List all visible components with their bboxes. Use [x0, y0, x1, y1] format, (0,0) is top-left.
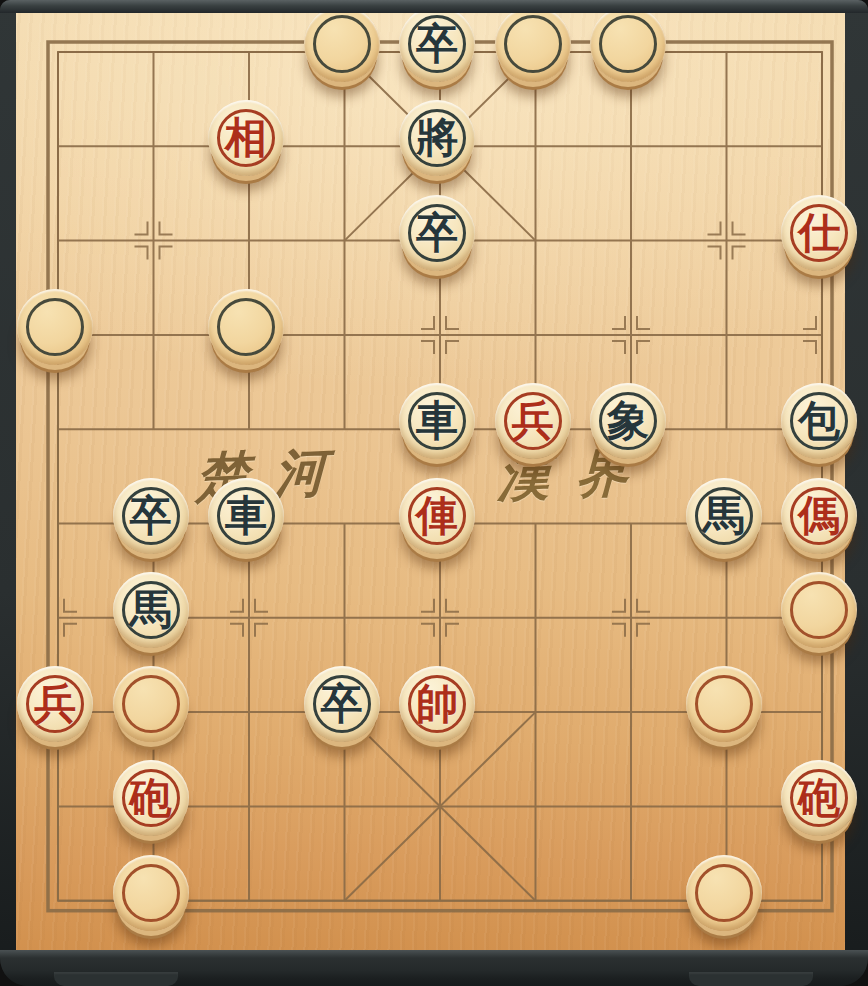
piece-ring: 象 [599, 392, 657, 450]
piece-character: 卒 [130, 495, 172, 537]
piece-black-chariot[interactable]: 車 [208, 478, 284, 554]
piece-ring: 卒 [122, 487, 180, 545]
piece-red-horse[interactable]: 傌 [781, 478, 857, 554]
piece-ring: 卒 [408, 204, 466, 262]
piece-character: 象 [607, 400, 649, 442]
piece-character: 車 [416, 400, 458, 442]
piece-ring: 馬 [122, 581, 180, 639]
piece-red-hidden[interactable] [113, 666, 189, 742]
piece-red-general[interactable]: 帥 [399, 666, 475, 742]
piece-character: 馬 [703, 495, 745, 537]
piece-character: 卒 [321, 683, 363, 725]
piece-black-soldier[interactable]: 卒 [399, 195, 475, 271]
xiangqi-board-window: 楚河 漢界 卒相將卒仕車兵象包卒車俥馬傌馬兵卒帥砲砲 [0, 0, 868, 986]
piece-black-hidden[interactable] [590, 6, 666, 82]
piece-black-horse[interactable]: 馬 [113, 572, 189, 648]
piece-black-elephant[interactable]: 象 [590, 383, 666, 459]
piece-character: 砲 [798, 777, 840, 819]
piece-ring: 兵 [504, 392, 562, 450]
piece-ring [26, 298, 84, 356]
stand-foot-right [689, 972, 813, 986]
piece-ring: 砲 [122, 769, 180, 827]
piece-character: 卒 [416, 23, 458, 65]
piece-black-soldier[interactable]: 卒 [113, 478, 189, 554]
piece-black-cannon[interactable]: 包 [781, 383, 857, 459]
piece-ring [122, 675, 180, 733]
piece-red-soldier[interactable]: 兵 [17, 666, 93, 742]
piece-black-soldier[interactable]: 卒 [399, 6, 475, 82]
piece-ring [790, 581, 848, 639]
piece-black-chariot[interactable]: 車 [399, 383, 475, 459]
piece-ring: 卒 [408, 15, 466, 73]
piece-ring [504, 15, 562, 73]
piece-black-hidden[interactable] [17, 289, 93, 365]
piece-ring [599, 15, 657, 73]
piece-black-soldier[interactable]: 卒 [304, 666, 380, 742]
piece-ring: 兵 [26, 675, 84, 733]
piece-character: 卒 [416, 212, 458, 254]
piece-ring: 馬 [695, 487, 753, 545]
piece-red-soldier[interactable]: 兵 [495, 383, 571, 459]
piece-black-hidden[interactable] [304, 6, 380, 82]
piece-character: 馬 [130, 589, 172, 631]
board-frame-top-edge [0, 0, 868, 13]
piece-ring: 帥 [408, 675, 466, 733]
piece-character: 俥 [416, 495, 458, 537]
piece-black-hidden[interactable] [495, 6, 571, 82]
piece-black-horse[interactable]: 馬 [686, 478, 762, 554]
piece-ring: 仕 [790, 204, 848, 262]
piece-character: 砲 [130, 777, 172, 819]
piece-red-hidden[interactable] [781, 572, 857, 648]
piece-ring [217, 298, 275, 356]
piece-character: 帥 [416, 683, 458, 725]
piece-red-chariot[interactable]: 俥 [399, 478, 475, 554]
piece-character: 傌 [798, 495, 840, 537]
piece-character: 兵 [512, 400, 554, 442]
piece-ring [122, 864, 180, 922]
piece-ring: 包 [790, 392, 848, 450]
piece-red-cannon[interactable]: 砲 [113, 760, 189, 836]
piece-black-hidden[interactable] [208, 289, 284, 365]
piece-character: 仕 [798, 212, 840, 254]
piece-ring [313, 15, 371, 73]
piece-red-hidden[interactable] [686, 666, 762, 742]
piece-ring: 車 [217, 487, 275, 545]
piece-red-elephant[interactable]: 相 [208, 100, 284, 176]
stand-foot-left [54, 972, 178, 986]
piece-red-hidden[interactable] [113, 855, 189, 931]
piece-ring: 相 [217, 109, 275, 167]
piece-ring: 砲 [790, 769, 848, 827]
piece-character: 將 [416, 117, 458, 159]
piece-ring [695, 675, 753, 733]
piece-ring: 卒 [313, 675, 371, 733]
pieces-layer: 卒相將卒仕車兵象包卒車俥馬傌馬兵卒帥砲砲 [0, 0, 868, 986]
piece-ring: 俥 [408, 487, 466, 545]
piece-character: 車 [225, 495, 267, 537]
piece-red-hidden[interactable] [686, 855, 762, 931]
piece-red-cannon[interactable]: 砲 [781, 760, 857, 836]
piece-ring: 傌 [790, 487, 848, 545]
piece-red-advisor[interactable]: 仕 [781, 195, 857, 271]
piece-ring: 將 [408, 109, 466, 167]
piece-character: 相 [225, 117, 267, 159]
piece-ring [695, 864, 753, 922]
piece-black-general[interactable]: 將 [399, 100, 475, 176]
piece-character: 兵 [34, 683, 76, 725]
piece-ring: 車 [408, 392, 466, 450]
piece-character: 包 [798, 400, 840, 442]
